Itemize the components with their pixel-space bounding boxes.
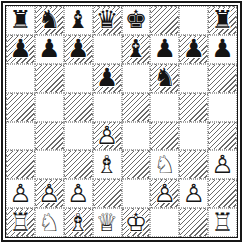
piece-glyph: ♟	[38, 36, 60, 61]
square-f1[interactable]	[150, 208, 179, 237]
piece-black-rook: ♜♜	[209, 7, 236, 34]
piece-glyph: ♘	[38, 209, 60, 234]
square-c8[interactable]: ♝♝	[64, 6, 93, 35]
piece-black-pawn: ♟♟	[65, 36, 92, 63]
piece-black-pawn: ♟♟	[36, 36, 63, 63]
square-g3[interactable]	[179, 150, 208, 179]
square-c6[interactable]	[64, 64, 93, 93]
piece-black-bishop: ♝♝	[123, 36, 150, 63]
square-g2[interactable]: ♟♙	[179, 179, 208, 208]
piece-glyph: ♙	[38, 180, 60, 205]
piece-black-rook: ♜♜	[7, 7, 34, 34]
piece-glyph: ♖	[211, 209, 233, 234]
square-h7[interactable]: ♟♟	[208, 35, 237, 64]
square-d2[interactable]	[93, 179, 122, 208]
piece-white-pawn: ♟♙	[180, 180, 207, 207]
square-a1[interactable]: ♜♖	[6, 208, 35, 237]
chess-board: ♜♜♞♞♝♝♛♛♚♚♜♜♟♟♟♟♟♟♝♝♟♟♟♟♟♟♟♟♞♞♟♙♝♗♞♘♟♙♟♙…	[6, 6, 237, 237]
square-g5[interactable]	[179, 93, 208, 122]
square-d3[interactable]: ♝♗	[93, 150, 122, 179]
piece-white-rook: ♜♖	[209, 209, 236, 236]
square-g6[interactable]	[179, 64, 208, 93]
piece-glyph: ♜	[9, 7, 31, 32]
square-d4[interactable]: ♟♙	[93, 122, 122, 151]
square-b5[interactable]	[35, 93, 64, 122]
piece-black-pawn: ♟♟	[94, 65, 121, 92]
piece-glyph: ♘	[154, 152, 176, 177]
piece-glyph: ♗	[96, 152, 118, 177]
square-d6[interactable]: ♟♟	[93, 64, 122, 93]
piece-black-queen: ♛♛	[94, 7, 121, 34]
piece-glyph: ♟	[96, 65, 118, 90]
piece-white-queen: ♛♕	[94, 209, 121, 236]
square-e7[interactable]: ♝♝	[122, 35, 151, 64]
piece-glyph: ♙	[182, 180, 204, 205]
piece-glyph: ♙	[67, 180, 89, 205]
chess-diagram: ♜♜♞♞♝♝♛♛♚♚♜♜♟♟♟♟♟♟♝♝♟♟♟♟♟♟♟♟♞♞♟♙♝♗♞♘♟♙♟♙…	[0, 0, 243, 243]
board-inner-frame: ♜♜♞♞♝♝♛♛♚♚♜♜♟♟♟♟♟♟♝♝♟♟♟♟♟♟♟♟♞♞♟♙♝♗♞♘♟♙♟♙…	[5, 5, 238, 238]
square-a5[interactable]	[6, 93, 35, 122]
square-f6[interactable]: ♞♞	[150, 64, 179, 93]
piece-white-pawn: ♟♙	[151, 180, 178, 207]
piece-white-pawn: ♟♙	[94, 123, 121, 150]
piece-white-pawn: ♟♙	[36, 180, 63, 207]
square-a8[interactable]: ♜♜	[6, 6, 35, 35]
square-e8[interactable]: ♚♚	[122, 6, 151, 35]
square-f5[interactable]	[150, 93, 179, 122]
piece-glyph: ♙	[9, 180, 31, 205]
square-c4[interactable]	[64, 122, 93, 151]
piece-black-pawn: ♟♟	[151, 36, 178, 63]
piece-black-pawn: ♟♟	[7, 36, 34, 63]
piece-glyph: ♔	[125, 209, 147, 234]
square-c3[interactable]	[64, 150, 93, 179]
piece-white-knight: ♞♘	[151, 151, 178, 178]
piece-white-pawn: ♟♙	[209, 151, 236, 178]
piece-glyph: ♞	[38, 7, 60, 32]
piece-glyph: ♟	[211, 36, 233, 61]
square-c2[interactable]: ♟♙	[64, 179, 93, 208]
piece-glyph: ♖	[9, 209, 31, 234]
square-d8[interactable]: ♛♛	[93, 6, 122, 35]
piece-white-knight: ♞♘	[36, 209, 63, 236]
square-h3[interactable]: ♟♙	[208, 150, 237, 179]
square-f7[interactable]: ♟♟	[150, 35, 179, 64]
square-b8[interactable]: ♞♞	[35, 6, 64, 35]
square-d7[interactable]	[93, 35, 122, 64]
square-c7[interactable]: ♟♟	[64, 35, 93, 64]
square-f4[interactable]	[150, 122, 179, 151]
piece-glyph: ♟	[67, 36, 89, 61]
square-h4[interactable]	[208, 122, 237, 151]
square-b2[interactable]: ♟♙	[35, 179, 64, 208]
piece-glyph: ♝	[67, 7, 89, 32]
square-h2[interactable]	[208, 179, 237, 208]
piece-glyph: ♙	[96, 123, 118, 148]
piece-black-pawn: ♟♟	[209, 36, 236, 63]
square-d1[interactable]: ♛♕	[93, 208, 122, 237]
square-b4[interactable]	[35, 122, 64, 151]
piece-white-rook: ♜♖	[7, 209, 34, 236]
square-f2[interactable]: ♟♙	[150, 179, 179, 208]
square-e5[interactable]	[122, 93, 151, 122]
piece-glyph: ♚	[125, 7, 147, 32]
square-b6[interactable]	[35, 64, 64, 93]
piece-black-bishop: ♝♝	[65, 7, 92, 34]
square-e4[interactable]	[122, 122, 151, 151]
square-h1[interactable]: ♜♖	[208, 208, 237, 237]
square-a7[interactable]: ♟♟	[6, 35, 35, 64]
square-e3[interactable]	[122, 150, 151, 179]
piece-white-pawn: ♟♙	[7, 180, 34, 207]
square-a6[interactable]	[6, 64, 35, 93]
square-c5[interactable]	[64, 93, 93, 122]
square-g4[interactable]	[179, 122, 208, 151]
square-a2[interactable]: ♟♙	[6, 179, 35, 208]
piece-glyph: ♙	[154, 180, 176, 205]
piece-glyph: ♗	[67, 209, 89, 234]
square-h5[interactable]	[208, 93, 237, 122]
square-b7[interactable]: ♟♟	[35, 35, 64, 64]
square-c1[interactable]: ♝♗	[64, 208, 93, 237]
square-d5[interactable]	[93, 93, 122, 122]
piece-glyph: ♟	[182, 36, 204, 61]
piece-glyph: ♟	[9, 36, 31, 61]
square-h8[interactable]: ♜♜	[208, 6, 237, 35]
piece-black-pawn: ♟♟	[180, 36, 207, 63]
square-b1[interactable]: ♞♘	[35, 208, 64, 237]
square-e1[interactable]: ♚♔	[122, 208, 151, 237]
piece-black-king: ♚♚	[123, 7, 150, 34]
square-f8[interactable]	[150, 6, 179, 35]
square-e2[interactable]	[122, 179, 151, 208]
square-a3[interactable]	[6, 150, 35, 179]
piece-glyph: ♛	[96, 7, 118, 32]
piece-glyph: ♟	[154, 36, 176, 61]
square-e6[interactable]	[122, 64, 151, 93]
square-h6[interactable]	[208, 64, 237, 93]
piece-white-king: ♚♔	[123, 209, 150, 236]
piece-black-knight: ♞♞	[151, 65, 178, 92]
square-g1[interactable]	[179, 208, 208, 237]
piece-glyph: ♜	[211, 7, 233, 32]
square-a4[interactable]	[6, 122, 35, 151]
square-g8[interactable]	[179, 6, 208, 35]
piece-glyph: ♝	[125, 36, 147, 61]
square-f3[interactable]: ♞♘	[150, 150, 179, 179]
piece-black-knight: ♞♞	[36, 7, 63, 34]
square-g7[interactable]: ♟♟	[179, 35, 208, 64]
board-outer-frame: ♜♜♞♞♝♝♛♛♚♚♜♜♟♟♟♟♟♟♝♝♟♟♟♟♟♟♟♟♞♞♟♙♝♗♞♘♟♙♟♙…	[1, 1, 242, 242]
piece-glyph: ♙	[211, 152, 233, 177]
piece-white-pawn: ♟♙	[65, 180, 92, 207]
piece-glyph: ♞	[154, 65, 176, 90]
piece-glyph: ♕	[96, 209, 118, 234]
square-b3[interactable]	[35, 150, 64, 179]
piece-white-bishop: ♝♗	[94, 151, 121, 178]
piece-white-bishop: ♝♗	[65, 209, 92, 236]
